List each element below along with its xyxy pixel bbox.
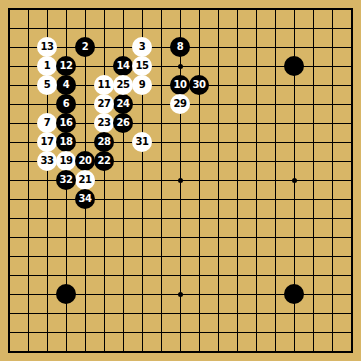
stone-black-32[interactable]: 32 [56, 170, 76, 190]
star-point [292, 178, 297, 183]
stone-white-33[interactable]: 33 [37, 151, 57, 171]
grid-line-vertical [256, 9, 257, 352]
go-diagram: 1234567891011121314151617181920212223242… [0, 0, 361, 361]
grid-line-horizontal [9, 28, 352, 29]
grid-line-vertical [28, 9, 29, 352]
stone-white-21[interactable]: 21 [75, 170, 95, 190]
star-point [178, 64, 183, 69]
go-board[interactable]: 1234567891011121314151617181920212223242… [0, 0, 361, 361]
grid-line-vertical [275, 9, 276, 352]
stone-white-15[interactable]: 15 [132, 56, 152, 76]
grid-line-vertical [218, 9, 219, 352]
grid-line-vertical [237, 9, 238, 352]
stone-black-24[interactable]: 24 [113, 94, 133, 114]
stone-black-12[interactable]: 12 [56, 56, 76, 76]
stone-black-34[interactable]: 34 [75, 189, 95, 209]
stone-black-14[interactable]: 14 [113, 56, 133, 76]
grid-line-horizontal [9, 256, 352, 257]
grid-line-horizontal [9, 237, 352, 238]
grid-line-horizontal [9, 313, 352, 314]
grid-line-horizontal [9, 275, 352, 276]
stone-black-26[interactable]: 26 [113, 113, 133, 133]
grid-line-vertical [332, 9, 333, 352]
stone-black-6[interactable]: 6 [56, 94, 76, 114]
grid-line-vertical [313, 9, 314, 352]
stone-white-27[interactable]: 27 [94, 94, 114, 114]
stone-black-10[interactable]: 10 [170, 75, 190, 95]
stone-black-30[interactable]: 30 [189, 75, 209, 95]
stone-white-23[interactable]: 23 [94, 113, 114, 133]
stone-black-18[interactable]: 18 [56, 132, 76, 152]
stone-white-17[interactable]: 17 [37, 132, 57, 152]
grid-line-vertical [104, 9, 105, 352]
stone-black-8[interactable]: 8 [170, 37, 190, 57]
stone-white-11[interactable]: 11 [94, 75, 114, 95]
grid-line-horizontal [9, 332, 352, 333]
stone-white-31[interactable]: 31 [132, 132, 152, 152]
star-point [178, 178, 183, 183]
stone-white-29[interactable]: 29 [170, 94, 190, 114]
stone-black-plain[interactable] [284, 284, 304, 304]
stone-white-7[interactable]: 7 [37, 113, 57, 133]
stone-black-20[interactable]: 20 [75, 151, 95, 171]
grid-line-vertical [161, 9, 162, 352]
stone-white-19[interactable]: 19 [56, 151, 76, 171]
stone-black-plain[interactable] [56, 284, 76, 304]
stone-white-5[interactable]: 5 [37, 75, 57, 95]
stone-black-4[interactable]: 4 [56, 75, 76, 95]
stone-white-3[interactable]: 3 [132, 37, 152, 57]
stone-white-1[interactable]: 1 [37, 56, 57, 76]
stone-black-16[interactable]: 16 [56, 113, 76, 133]
grid-line-horizontal [9, 218, 352, 219]
stone-white-25[interactable]: 25 [113, 75, 133, 95]
stone-black-2[interactable]: 2 [75, 37, 95, 57]
grid-line-horizontal [9, 199, 352, 200]
stone-black-plain[interactable] [284, 56, 304, 76]
grid-line-vertical [199, 9, 200, 352]
stone-black-22[interactable]: 22 [94, 151, 114, 171]
stone-white-13[interactable]: 13 [37, 37, 57, 57]
stone-white-9[interactable]: 9 [132, 75, 152, 95]
star-point [178, 292, 183, 297]
stone-black-28[interactable]: 28 [94, 132, 114, 152]
